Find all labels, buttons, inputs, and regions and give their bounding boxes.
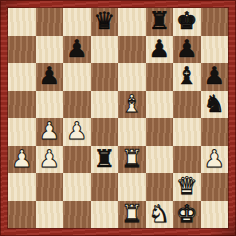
black-knight[interactable]: ♞ <box>203 91 225 119</box>
square-e8[interactable] <box>118 8 146 36</box>
black-queen[interactable]: ♛ <box>93 8 115 36</box>
square-f6[interactable] <box>146 63 174 91</box>
black-rook[interactable]: ♜ <box>148 8 170 36</box>
white-pawn[interactable]: ♟ <box>38 118 60 146</box>
square-c4[interactable]: ♟ <box>63 118 91 146</box>
square-e6[interactable] <box>118 63 146 91</box>
square-c1[interactable] <box>63 201 91 229</box>
square-c3[interactable] <box>63 146 91 174</box>
square-h7[interactable] <box>201 36 229 64</box>
square-a7[interactable] <box>8 36 36 64</box>
white-rook[interactable]: ♜ <box>121 201 143 229</box>
black-rook[interactable]: ♜ <box>93 146 115 174</box>
white-rook[interactable]: ♜ <box>121 146 143 174</box>
square-f5[interactable] <box>146 91 174 119</box>
square-h3[interactable]: ♟ <box>201 146 229 174</box>
white-pawn[interactable]: ♟ <box>203 146 225 174</box>
black-pawn[interactable]: ♟ <box>203 63 225 91</box>
square-b4[interactable]: ♟ <box>36 118 64 146</box>
white-pawn[interactable]: ♟ <box>66 118 88 146</box>
square-e2[interactable] <box>118 173 146 201</box>
square-h1[interactable] <box>201 201 229 229</box>
square-b1[interactable] <box>36 201 64 229</box>
black-pawn[interactable]: ♟ <box>148 36 170 64</box>
square-c6[interactable] <box>63 63 91 91</box>
square-d2[interactable] <box>91 173 119 201</box>
square-h4[interactable] <box>201 118 229 146</box>
square-e4[interactable] <box>118 118 146 146</box>
white-pawn[interactable]: ♟ <box>11 146 33 174</box>
square-a1[interactable] <box>8 201 36 229</box>
square-h2[interactable] <box>201 173 229 201</box>
black-bishop[interactable]: ♝ <box>176 63 198 91</box>
white-queen[interactable]: ♛ <box>176 173 198 201</box>
square-d5[interactable] <box>91 91 119 119</box>
square-d7[interactable] <box>91 36 119 64</box>
square-b2[interactable] <box>36 173 64 201</box>
square-g2[interactable]: ♛ <box>173 173 201 201</box>
square-d8[interactable]: ♛ <box>91 8 119 36</box>
square-d1[interactable] <box>91 201 119 229</box>
square-b8[interactable] <box>36 8 64 36</box>
square-h6[interactable]: ♟ <box>201 63 229 91</box>
square-b5[interactable] <box>36 91 64 119</box>
square-h8[interactable] <box>201 8 229 36</box>
square-a5[interactable] <box>8 91 36 119</box>
square-g7[interactable]: ♟ <box>173 36 201 64</box>
square-a8[interactable] <box>8 8 36 36</box>
square-d4[interactable] <box>91 118 119 146</box>
square-a2[interactable] <box>8 173 36 201</box>
square-g8[interactable]: ♚ <box>173 8 201 36</box>
chess-board-frame: ♛♜♚♟♟♟♟♝♟♝♞♟♟♟♟♜♜♟♛♜♞♚ <box>0 0 236 236</box>
chess-board: ♛♜♚♟♟♟♟♝♟♝♞♟♟♟♟♜♜♟♛♜♞♚ <box>8 8 228 228</box>
square-b7[interactable] <box>36 36 64 64</box>
square-g5[interactable] <box>173 91 201 119</box>
square-c8[interactable] <box>63 8 91 36</box>
square-g3[interactable] <box>173 146 201 174</box>
square-d6[interactable] <box>91 63 119 91</box>
square-f4[interactable] <box>146 118 174 146</box>
black-king[interactable]: ♚ <box>176 8 198 36</box>
square-a4[interactable] <box>8 118 36 146</box>
square-e7[interactable] <box>118 36 146 64</box>
square-h5[interactable]: ♞ <box>201 91 229 119</box>
square-e3[interactable]: ♜ <box>118 146 146 174</box>
square-g1[interactable]: ♚ <box>173 201 201 229</box>
square-g6[interactable]: ♝ <box>173 63 201 91</box>
square-f7[interactable]: ♟ <box>146 36 174 64</box>
square-e1[interactable]: ♜ <box>118 201 146 229</box>
square-a3[interactable]: ♟ <box>8 146 36 174</box>
white-pawn[interactable]: ♟ <box>38 146 60 174</box>
square-c7[interactable]: ♟ <box>63 36 91 64</box>
square-d3[interactable]: ♜ <box>91 146 119 174</box>
square-f8[interactable]: ♜ <box>146 8 174 36</box>
square-a6[interactable] <box>8 63 36 91</box>
square-f3[interactable] <box>146 146 174 174</box>
square-b6[interactable]: ♟ <box>36 63 64 91</box>
square-f2[interactable] <box>146 173 174 201</box>
white-bishop[interactable]: ♝ <box>121 91 143 119</box>
square-b3[interactable]: ♟ <box>36 146 64 174</box>
square-e5[interactable]: ♝ <box>118 91 146 119</box>
white-knight[interactable]: ♞ <box>148 201 170 229</box>
square-c5[interactable] <box>63 91 91 119</box>
square-c2[interactable] <box>63 173 91 201</box>
white-king[interactable]: ♚ <box>176 201 198 229</box>
black-pawn[interactable]: ♟ <box>66 36 88 64</box>
black-pawn[interactable]: ♟ <box>176 36 198 64</box>
square-g4[interactable] <box>173 118 201 146</box>
square-f1[interactable]: ♞ <box>146 201 174 229</box>
black-pawn[interactable]: ♟ <box>38 63 60 91</box>
